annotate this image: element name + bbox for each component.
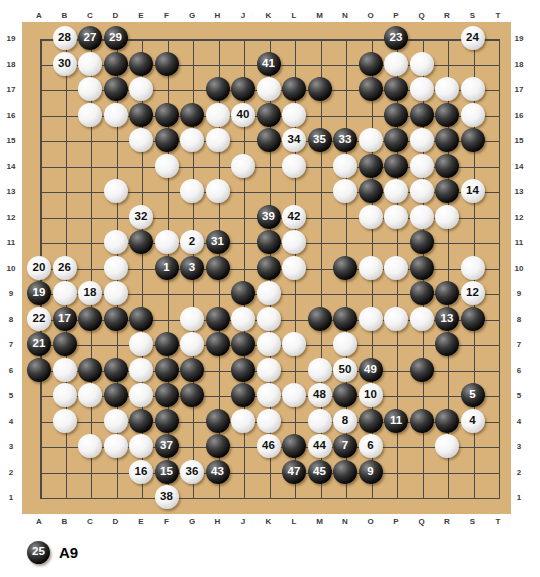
stone-black-J17 [231,77,255,101]
stone-white-O3: 6 [359,434,383,458]
stone-white-N4: 8 [333,409,357,433]
point-G11: 2 [179,229,205,255]
point-D6 [103,357,129,383]
point-J19 [230,25,256,51]
point-M6 [307,357,333,383]
coord-top-N: N [342,11,348,20]
coord-top-P: P [393,11,398,20]
point-Q18 [409,51,435,77]
point-H18 [205,51,231,77]
point-G3 [179,433,205,459]
point-M15: 35 [307,127,333,153]
point-T18 [485,51,511,77]
stone-black-O6: 49 [359,358,383,382]
point-A16 [26,102,52,128]
point-G19 [179,25,205,51]
stone-black-O18 [359,52,383,76]
point-D8 [103,306,129,332]
point-E10 [128,255,154,281]
stone-white-Q14 [410,154,434,178]
point-M1 [307,484,333,510]
point-K15 [256,127,282,153]
point-N5 [332,382,358,408]
stone-black-O4 [359,409,383,433]
point-M8 [307,306,333,332]
stone-white-C16 [78,103,102,127]
point-K6 [256,357,282,383]
point-N19 [332,25,358,51]
stone-white-L14 [282,154,306,178]
point-D15 [103,127,129,153]
point-A3 [26,433,52,459]
point-B14 [52,153,78,179]
stone-white-Q12 [410,205,434,229]
coord-top-F: F [164,11,169,20]
stone-white-J8 [231,307,255,331]
point-A7: 21 [26,331,52,357]
point-C11 [77,229,103,255]
point-D19: 29 [103,25,129,51]
stone-black-E11 [129,230,153,254]
stone-black-H4 [206,409,230,433]
stone-white-S16 [461,103,485,127]
point-B13 [52,178,78,204]
stone-black-Q10 [410,256,434,280]
point-B1 [52,484,78,510]
point-F13 [154,178,180,204]
coord-right-2: 2 [517,467,521,476]
stone-black-P16 [384,103,408,127]
point-R7 [434,331,460,357]
stone-black-N15: 33 [333,128,357,152]
coord-bottom-T: T [496,517,501,526]
coord-top-O: O [367,11,373,20]
point-K13 [256,178,282,204]
point-Q9 [409,280,435,306]
stone-black-F2: 15 [155,460,179,484]
point-E8 [128,306,154,332]
point-D10 [103,255,129,281]
point-Q5 [409,382,435,408]
point-K2 [256,459,282,485]
coord-left-6: 6 [9,365,13,374]
coord-top-A: A [36,11,42,20]
point-D11 [103,229,129,255]
point-A18 [26,51,52,77]
stone-white-Q15 [410,128,434,152]
point-G13 [179,178,205,204]
stone-black-K18: 41 [257,52,281,76]
stone-white-O8 [359,307,383,331]
point-M7 [307,331,333,357]
coord-right-19: 19 [515,34,524,43]
coord-bottom-S: S [470,517,475,526]
coord-bottom-F: F [164,517,169,526]
stone-black-F10: 1 [155,256,179,280]
stone-black-R14 [435,154,459,178]
point-G12 [179,204,205,230]
point-S9: 12 [460,280,486,306]
point-A13 [26,178,52,204]
point-Q4 [409,408,435,434]
point-L13 [281,178,307,204]
point-D16 [103,102,129,128]
point-O2: 9 [358,459,384,485]
go-board: 2827292324304140343533143239422312026131… [26,25,511,510]
point-B17 [52,76,78,102]
coord-right-14: 14 [515,161,524,170]
stone-white-M4 [308,409,332,433]
coord-right-1: 1 [517,493,521,502]
point-H14 [205,153,231,179]
stone-black-B8: 17 [53,307,77,331]
point-A19 [26,25,52,51]
coord-top-D: D [113,11,119,20]
stone-white-P13 [384,179,408,203]
coord-right-11: 11 [515,238,523,247]
point-C3 [77,433,103,459]
point-T5 [485,382,511,408]
stone-white-E3 [129,434,153,458]
coord-left-10: 10 [7,263,16,272]
stone-black-G10: 3 [180,256,204,280]
stone-black-N2 [333,460,357,484]
stone-black-R16 [435,103,459,127]
stone-black-N3: 7 [333,434,357,458]
stone-white-Q17 [410,77,434,101]
point-Q19 [409,25,435,51]
stone-black-E18 [129,52,153,76]
point-Q13 [409,178,435,204]
point-T8 [485,306,511,332]
coord-left-16: 16 [7,110,16,119]
stone-black-F3: 37 [155,434,179,458]
stone-white-R12 [435,205,459,229]
point-A1 [26,484,52,510]
coord-bottom-N: N [342,517,348,526]
point-T1 [485,484,511,510]
point-G17 [179,76,205,102]
stone-black-L3 [282,434,306,458]
stone-black-R15 [435,128,459,152]
stone-white-E2: 16 [129,460,153,484]
point-M13 [307,178,333,204]
point-C15 [77,127,103,153]
coord-top-Q: Q [418,11,424,20]
coord-left-2: 2 [9,467,13,476]
point-K19 [256,25,282,51]
stone-black-K16 [257,103,281,127]
coord-top-J: J [241,11,245,20]
point-N16 [332,102,358,128]
stone-white-E5 [129,383,153,407]
point-O11 [358,229,384,255]
point-T2 [485,459,511,485]
point-A17 [26,76,52,102]
point-A14 [26,153,52,179]
point-N14 [332,153,358,179]
point-G10: 3 [179,255,205,281]
stone-black-O2: 9 [359,460,383,484]
stone-black-P15 [384,128,408,152]
coord-left-8: 8 [9,314,13,323]
coord-bottom-M: M [316,517,323,526]
point-S7 [460,331,486,357]
point-L2: 47 [281,459,307,485]
point-J3 [230,433,256,459]
stone-black-K12: 39 [257,205,281,229]
point-K10 [256,255,282,281]
coord-left-11: 11 [7,238,15,247]
point-S3 [460,433,486,459]
stone-white-D9 [104,281,128,305]
point-O10 [358,255,384,281]
point-S12 [460,204,486,230]
point-N15: 33 [332,127,358,153]
stone-white-B5 [53,383,77,407]
coord-right-6: 6 [517,365,521,374]
point-R6 [434,357,460,383]
stone-white-H16 [206,103,230,127]
point-H7 [205,331,231,357]
coord-bottom-A: A [36,517,42,526]
point-C14 [77,153,103,179]
point-F11 [154,229,180,255]
point-J8 [230,306,256,332]
stone-white-K7 [257,332,281,356]
point-L7 [281,331,307,357]
point-N18 [332,51,358,77]
coord-left-19: 19 [7,34,16,43]
point-P14 [383,153,409,179]
point-O1 [358,484,384,510]
point-L11 [281,229,307,255]
stone-black-R8: 13 [435,307,459,331]
point-D4 [103,408,129,434]
point-T12 [485,204,511,230]
point-E2: 16 [128,459,154,485]
point-M10 [307,255,333,281]
coord-bottom-R: R [444,517,450,526]
stone-white-L11 [282,230,306,254]
point-E3 [128,433,154,459]
point-S11 [460,229,486,255]
stone-black-P14 [384,154,408,178]
stone-black-H7 [206,332,230,356]
point-B16 [52,102,78,128]
point-J14 [230,153,256,179]
coord-left-1: 1 [9,493,13,502]
stone-black-O13 [359,179,383,203]
stone-black-K10 [257,256,281,280]
stone-white-L7 [282,332,306,356]
point-D2 [103,459,129,485]
point-B10: 26 [52,255,78,281]
point-G16 [179,102,205,128]
point-M16 [307,102,333,128]
stone-white-S10 [461,256,485,280]
point-S2 [460,459,486,485]
point-J2 [230,459,256,485]
stone-white-C17 [78,77,102,101]
point-J10 [230,255,256,281]
stone-black-Q6 [410,358,434,382]
stone-black-C8 [78,307,102,331]
point-O16 [358,102,384,128]
point-G14 [179,153,205,179]
point-E6 [128,357,154,383]
point-G7 [179,331,205,357]
stone-black-F4 [155,409,179,433]
point-R15 [434,127,460,153]
point-O8 [358,306,384,332]
coord-right-4: 4 [517,416,521,425]
stone-white-B10: 26 [53,256,77,280]
stone-white-J4 [231,409,255,433]
coord-bottom-C: C [87,517,93,526]
point-L19 [281,25,307,51]
stone-black-O17 [359,77,383,101]
point-K1 [256,484,282,510]
stone-black-N8 [333,307,357,331]
point-T6 [485,357,511,383]
stone-white-B19: 28 [53,26,77,50]
point-A2 [26,459,52,485]
stone-white-P18 [384,52,408,76]
stone-white-J16: 40 [231,103,255,127]
point-H9 [205,280,231,306]
point-L5 [281,382,307,408]
point-D3 [103,433,129,459]
stone-white-O10 [359,256,383,280]
point-A11 [26,229,52,255]
coord-right-12: 12 [515,212,524,221]
point-C9: 18 [77,280,103,306]
point-J6 [230,357,256,383]
stone-black-E4 [129,409,153,433]
stone-black-P19: 23 [384,26,408,50]
stone-black-Q4 [410,409,434,433]
caption-move-stone: 25 [27,541,50,564]
point-H4 [205,408,231,434]
stone-white-L12: 42 [282,205,306,229]
point-J5 [230,382,256,408]
point-K14 [256,153,282,179]
stone-black-F5 [155,383,179,407]
stone-black-A7: 21 [27,332,51,356]
point-E1 [128,484,154,510]
point-S19: 24 [460,25,486,51]
coord-left-9: 9 [9,289,13,298]
stone-white-N7 [333,332,357,356]
point-F2: 15 [154,459,180,485]
stone-white-K6 [257,358,281,382]
stone-white-Q13 [410,179,434,203]
coord-top-H: H [215,11,221,20]
stone-white-C9: 18 [78,281,102,305]
stone-black-S15 [461,128,485,152]
stone-white-F14 [155,154,179,178]
point-C2 [77,459,103,485]
point-N13 [332,178,358,204]
point-S14 [460,153,486,179]
point-H1 [205,484,231,510]
point-S17 [460,76,486,102]
stone-white-M6 [308,358,332,382]
stone-white-P12 [384,205,408,229]
point-F19 [154,25,180,51]
point-P6 [383,357,409,383]
coord-top-R: R [444,11,450,20]
coord-right-16: 16 [515,110,524,119]
point-L17 [281,76,307,102]
point-R14 [434,153,460,179]
point-T7 [485,331,511,357]
stone-white-R17 [435,77,459,101]
point-Q16 [409,102,435,128]
point-T19 [485,25,511,51]
point-N17 [332,76,358,102]
point-T13 [485,178,511,204]
point-B9 [52,280,78,306]
stone-black-Q9 [410,281,434,305]
point-F9 [154,280,180,306]
point-P19: 23 [383,25,409,51]
point-O18 [358,51,384,77]
coord-left-4: 4 [9,416,13,425]
point-J13 [230,178,256,204]
point-S13: 14 [460,178,486,204]
point-J4 [230,408,256,434]
point-E18 [128,51,154,77]
caption-location-text: A9 [59,544,78,561]
stone-black-P4: 11 [384,409,408,433]
point-F16 [154,102,180,128]
stone-white-B6 [53,358,77,382]
coord-top-T: T [496,11,501,20]
point-Q1 [409,484,435,510]
coord-right-10: 10 [515,263,524,272]
point-T11 [485,229,511,255]
stone-white-G13 [180,179,204,203]
stone-white-M5: 48 [308,383,332,407]
coord-left-14: 14 [7,161,16,170]
point-C7 [77,331,103,357]
point-R5 [434,382,460,408]
point-E19 [128,25,154,51]
stone-black-A6 [27,358,51,382]
point-Q7 [409,331,435,357]
coord-right-15: 15 [515,136,524,145]
stone-white-K8 [257,307,281,331]
point-G2: 36 [179,459,205,485]
point-M3: 44 [307,433,333,459]
point-B15 [52,127,78,153]
coord-right-18: 18 [515,59,524,68]
point-Q8 [409,306,435,332]
point-S16 [460,102,486,128]
stone-white-L15: 34 [282,128,306,152]
point-R2 [434,459,460,485]
point-D9 [103,280,129,306]
stone-white-H13 [206,179,230,203]
move-caption: 25 A9 [27,539,78,565]
point-J15 [230,127,256,153]
point-R13 [434,178,460,204]
point-P13 [383,178,409,204]
stone-white-S13: 14 [461,179,485,203]
point-C16 [77,102,103,128]
